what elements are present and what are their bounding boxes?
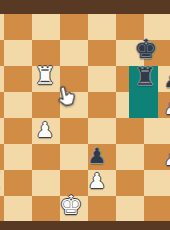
square-e1[interactable] (88, 196, 116, 222)
square-b3[interactable] (4, 144, 32, 170)
piece-black-rook-a2[interactable]: ♜ (0, 167, 7, 195)
square-b4[interactable] (4, 118, 32, 144)
square-g2[interactable] (144, 170, 170, 196)
square-d7[interactable] (60, 40, 88, 66)
square-f3[interactable] (116, 144, 144, 170)
piece-white-pawn-g5[interactable]: ♟ (158, 93, 170, 121)
square-c3[interactable] (32, 144, 60, 170)
square-e4[interactable] (88, 118, 116, 144)
square-f4[interactable] (116, 118, 144, 144)
piece-black-king-f7[interactable]: ♚ (131, 35, 161, 63)
square-g1[interactable] (144, 196, 170, 222)
piece-black-pawn-g6[interactable]: ♟ (158, 66, 170, 94)
piece-white-pawn-c4[interactable]: ♟ (30, 116, 60, 144)
square-b1[interactable] (4, 196, 32, 222)
square-d4[interactable] (60, 118, 88, 144)
chess-app-screenshot: ♚♜♜♟♟♟♚♜♟♟♟ (0, 0, 170, 230)
square-b5[interactable] (4, 92, 32, 118)
square-b7[interactable] (4, 40, 32, 66)
square-e8[interactable] (88, 14, 116, 40)
highlight-f5 (129, 92, 158, 118)
piece-black-pawn-e3[interactable]: ♟ (82, 142, 112, 170)
piece-white-king-d1[interactable]: ♚ (56, 191, 86, 219)
board-frame-top (0, 0, 170, 14)
piece-white-pawn-g3[interactable]: ♟ (158, 144, 170, 172)
square-b8[interactable] (4, 14, 32, 40)
square-f2[interactable] (116, 170, 144, 196)
chess-board[interactable]: ♚♜♜♟♟♟♚♜♟♟♟ (0, 0, 170, 230)
piece-black-rook-f6[interactable]: ♜ (130, 63, 160, 91)
square-b2[interactable] (4, 170, 32, 196)
square-b6[interactable] (4, 66, 32, 92)
square-e6[interactable] (88, 66, 116, 92)
square-c8[interactable] (32, 14, 60, 40)
square-f1[interactable] (116, 196, 144, 222)
square-d8[interactable] (60, 14, 88, 40)
square-e7[interactable] (88, 40, 116, 66)
board-frame-bottom (0, 221, 170, 230)
square-g4[interactable] (144, 118, 170, 144)
piece-white-pawn-e2[interactable]: ♟ (82, 167, 112, 195)
square-e5[interactable] (88, 92, 116, 118)
